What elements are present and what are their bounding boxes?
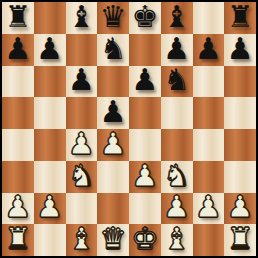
piece-black-queen[interactable]: ♛ [100, 2, 127, 32]
square-h4[interactable] [224, 129, 256, 161]
square-g5[interactable] [193, 97, 225, 129]
square-g3[interactable] [193, 161, 225, 193]
square-h5[interactable] [224, 97, 256, 129]
square-d8[interactable]: ♛ [97, 2, 129, 34]
square-e8[interactable]: ♚ [129, 2, 161, 34]
piece-white-rook[interactable]: ♜ [227, 224, 254, 254]
square-c2[interactable] [66, 193, 98, 225]
piece-white-knight[interactable]: ♞ [163, 161, 190, 191]
piece-black-bishop[interactable]: ♝ [163, 2, 190, 32]
square-f4[interactable] [161, 129, 193, 161]
square-e7[interactable] [129, 34, 161, 66]
piece-white-pawn[interactable]: ♟ [36, 193, 63, 223]
square-b4[interactable] [34, 129, 66, 161]
square-a5[interactable] [2, 97, 34, 129]
square-c1[interactable]: ♝ [66, 224, 98, 256]
square-e3[interactable]: ♟ [129, 161, 161, 193]
piece-white-pawn[interactable]: ♟ [68, 129, 95, 159]
square-b5[interactable] [34, 97, 66, 129]
square-e6[interactable]: ♟ [129, 66, 161, 98]
piece-white-bishop[interactable]: ♝ [68, 224, 95, 254]
square-b8[interactable] [34, 2, 66, 34]
square-f7[interactable]: ♟ [161, 34, 193, 66]
square-a1[interactable]: ♜ [2, 224, 34, 256]
square-h8[interactable]: ♜ [224, 2, 256, 34]
square-b3[interactable] [34, 161, 66, 193]
piece-black-knight[interactable]: ♞ [163, 66, 190, 96]
piece-black-pawn[interactable]: ♟ [68, 66, 95, 96]
square-g7[interactable]: ♟ [193, 34, 225, 66]
square-a7[interactable]: ♟ [2, 34, 34, 66]
square-g6[interactable] [193, 66, 225, 98]
piece-white-rook[interactable]: ♜ [4, 224, 31, 254]
square-d7[interactable]: ♞ [97, 34, 129, 66]
square-c3[interactable]: ♞ [66, 161, 98, 193]
square-c7[interactable] [66, 34, 98, 66]
piece-white-knight[interactable]: ♞ [68, 161, 95, 191]
piece-white-queen[interactable]: ♛ [100, 224, 127, 254]
square-f8[interactable]: ♝ [161, 2, 193, 34]
piece-white-pawn[interactable]: ♟ [4, 193, 31, 223]
chess-board-frame: ♜♝♛♚♝♜♟♟♞♟♟♟♟♟♞♟♟♟♞♟♞♟♟♟♟♟♜♝♛♚♝♜ [0, 0, 258, 258]
square-c4[interactable]: ♟ [66, 129, 98, 161]
piece-white-pawn[interactable]: ♟ [195, 193, 222, 223]
piece-black-pawn[interactable]: ♟ [36, 34, 63, 64]
square-d5[interactable]: ♟ [97, 97, 129, 129]
square-e1[interactable]: ♚ [129, 224, 161, 256]
piece-black-pawn[interactable]: ♟ [163, 34, 190, 64]
square-d6[interactable] [97, 66, 129, 98]
square-f5[interactable] [161, 97, 193, 129]
piece-black-rook[interactable]: ♜ [4, 2, 31, 32]
piece-white-bishop[interactable]: ♝ [163, 224, 190, 254]
square-h3[interactable] [224, 161, 256, 193]
piece-black-knight[interactable]: ♞ [100, 34, 127, 64]
square-a3[interactable] [2, 161, 34, 193]
square-d3[interactable] [97, 161, 129, 193]
square-e4[interactable] [129, 129, 161, 161]
square-c6[interactable]: ♟ [66, 66, 98, 98]
square-h6[interactable] [224, 66, 256, 98]
square-f1[interactable]: ♝ [161, 224, 193, 256]
square-b2[interactable]: ♟ [34, 193, 66, 225]
piece-black-pawn[interactable]: ♟ [227, 34, 254, 64]
piece-white-pawn[interactable]: ♟ [131, 161, 158, 191]
piece-black-pawn[interactable]: ♟ [195, 34, 222, 64]
square-a4[interactable] [2, 129, 34, 161]
square-f2[interactable]: ♟ [161, 193, 193, 225]
chess-board: ♜♝♛♚♝♜♟♟♞♟♟♟♟♟♞♟♟♟♞♟♞♟♟♟♟♟♜♝♛♚♝♜ [2, 2, 256, 256]
square-a8[interactable]: ♜ [2, 2, 34, 34]
square-d1[interactable]: ♛ [97, 224, 129, 256]
square-c5[interactable] [66, 97, 98, 129]
piece-black-pawn[interactable]: ♟ [4, 34, 31, 64]
piece-white-king[interactable]: ♚ [131, 224, 158, 254]
piece-black-pawn[interactable]: ♟ [100, 97, 127, 127]
square-f6[interactable]: ♞ [161, 66, 193, 98]
piece-white-pawn[interactable]: ♟ [227, 193, 254, 223]
square-h2[interactable]: ♟ [224, 193, 256, 225]
square-e2[interactable] [129, 193, 161, 225]
piece-black-pawn[interactable]: ♟ [131, 66, 158, 96]
square-d4[interactable]: ♟ [97, 129, 129, 161]
square-f3[interactable]: ♞ [161, 161, 193, 193]
square-g1[interactable] [193, 224, 225, 256]
square-b1[interactable] [34, 224, 66, 256]
square-e5[interactable] [129, 97, 161, 129]
square-b7[interactable]: ♟ [34, 34, 66, 66]
piece-black-bishop[interactable]: ♝ [68, 2, 95, 32]
square-h1[interactable]: ♜ [224, 224, 256, 256]
square-h7[interactable]: ♟ [224, 34, 256, 66]
square-g4[interactable] [193, 129, 225, 161]
square-g8[interactable] [193, 2, 225, 34]
piece-white-pawn[interactable]: ♟ [100, 129, 127, 159]
piece-black-king[interactable]: ♚ [131, 2, 158, 32]
square-b6[interactable] [34, 66, 66, 98]
piece-black-rook[interactable]: ♜ [227, 2, 254, 32]
square-g2[interactable]: ♟ [193, 193, 225, 225]
piece-white-pawn[interactable]: ♟ [163, 193, 190, 223]
square-a6[interactable] [2, 66, 34, 98]
square-a2[interactable]: ♟ [2, 193, 34, 225]
square-d2[interactable] [97, 193, 129, 225]
square-c8[interactable]: ♝ [66, 2, 98, 34]
